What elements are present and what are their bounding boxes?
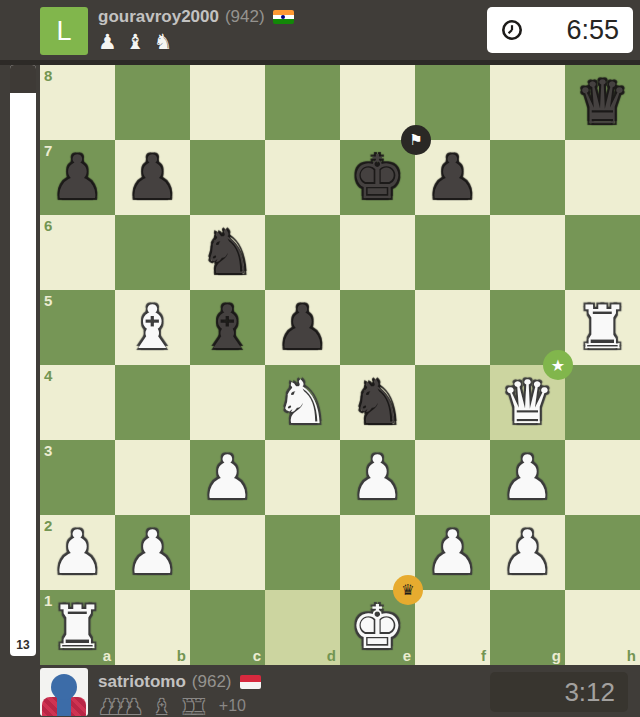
square-c8[interactable] — [190, 65, 265, 140]
captured-white-knight: ♞ — [154, 31, 173, 53]
rank-label-8: 8 — [44, 67, 52, 84]
white-knight-d4[interactable]: ♞ — [265, 365, 340, 440]
captured-white-bishop: ♝ — [126, 31, 145, 53]
square-h7[interactable] — [565, 140, 640, 215]
evaluation-bar: 13 — [10, 65, 36, 656]
file-label-h: h — [627, 647, 636, 664]
square-a8[interactable]: 8 — [40, 65, 115, 140]
square-b6[interactable] — [115, 215, 190, 290]
square-b8[interactable] — [115, 65, 190, 140]
square-h8[interactable]: ♛ — [565, 65, 640, 140]
black-knight-c6[interactable]: ♞ — [190, 215, 265, 290]
square-h3[interactable] — [565, 440, 640, 515]
captured-black-pawn: ♟ — [124, 696, 143, 717]
top-clock-time: 6:55 — [566, 15, 619, 46]
file-label-c: c — [253, 647, 261, 664]
square-a6[interactable]: 6 — [40, 215, 115, 290]
evaluation-value: 13 — [10, 638, 36, 652]
square-d8[interactable] — [265, 65, 340, 140]
white-pawn-c3[interactable]: ♟ — [190, 440, 265, 515]
square-e4[interactable]: ♞ — [340, 365, 415, 440]
file-label-g: g — [552, 647, 561, 664]
rank-label-5: 5 — [44, 292, 52, 309]
bottom-player-username[interactable]: satriotomo — [98, 672, 186, 692]
top-player-username[interactable]: gouravroy2000 — [98, 7, 219, 27]
square-b2[interactable]: ♟ — [115, 515, 190, 590]
black-king-e7[interactable]: ♚ — [340, 140, 415, 215]
square-a3[interactable]: 3 — [40, 440, 115, 515]
captured-group: ♟ — [98, 31, 117, 53]
white-pawn-g3[interactable]: ♟ — [490, 440, 565, 515]
square-b5[interactable]: ♝ — [115, 290, 190, 365]
square-c7[interactable] — [190, 140, 265, 215]
black-queen-h8[interactable]: ♛ — [565, 65, 640, 140]
captured-black-rook: ♜ — [189, 696, 208, 717]
square-d3[interactable] — [265, 440, 340, 515]
white-pawn-a2[interactable]: ♟ — [40, 515, 115, 590]
captured-group: ♞ — [154, 31, 173, 53]
india-flag-icon — [273, 10, 294, 24]
file-label-d: d — [327, 647, 336, 664]
square-f6[interactable] — [415, 215, 490, 290]
square-g2[interactable]: ♟ — [490, 515, 565, 590]
top-player-captured-pieces: ♟♝♞ — [98, 29, 294, 53]
square-e5[interactable] — [340, 290, 415, 365]
black-pawn-d5[interactable]: ♟ — [265, 290, 340, 365]
square-h6[interactable] — [565, 215, 640, 290]
result-letter: L — [56, 16, 71, 47]
square-d1[interactable]: d — [265, 590, 340, 665]
top-player-info: gouravroy2000 (942) ♟♝♞ — [98, 6, 294, 53]
square-e7[interactable]: ♚ — [340, 140, 415, 215]
square-b4[interactable] — [115, 365, 190, 440]
rank-label-4: 4 — [44, 367, 52, 384]
square-a7[interactable]: 7♟ — [40, 140, 115, 215]
chess-board: 8♛7♟♟♚♟6♞5♝♝♟♜4♞♞♛3♟♟♟2♟♟♟♟1a♜bcde♚fgh⚑♛… — [40, 65, 640, 665]
square-d7[interactable] — [265, 140, 340, 215]
white-pawn-g2[interactable]: ♟ — [490, 515, 565, 590]
square-h5[interactable]: ♜ — [565, 290, 640, 365]
bottom-clock-time: 3:12 — [564, 677, 615, 708]
square-f3[interactable] — [415, 440, 490, 515]
square-b3[interactable] — [115, 440, 190, 515]
captured-white-pawn: ♟ — [98, 31, 117, 53]
file-label-b: b — [177, 647, 186, 664]
black-pawn-f7[interactable]: ♟ — [415, 140, 490, 215]
black-knight-e4[interactable]: ♞ — [340, 365, 415, 440]
bottom-player-info: satriotomo (962) ♟♟♟♟♝♜♜ +10 — [98, 671, 261, 717]
bottom-player-captured-pieces: ♟♟♟♟♝♜♜ +10 — [98, 694, 261, 717]
square-g3[interactable]: ♟ — [490, 440, 565, 515]
square-h2[interactable] — [565, 515, 640, 590]
square-b7[interactable]: ♟ — [115, 140, 190, 215]
square-g1[interactable]: g — [490, 590, 565, 665]
bottom-player-clock: 3:12 — [490, 672, 628, 712]
avatar-torso — [57, 698, 71, 716]
black-bishop-c5[interactable]: ♝ — [190, 290, 265, 365]
square-g6[interactable] — [490, 215, 565, 290]
square-a5[interactable]: 5 — [40, 290, 115, 365]
square-b1[interactable]: b — [115, 590, 190, 665]
square-c6[interactable]: ♞ — [190, 215, 265, 290]
avatar-head — [51, 674, 77, 700]
square-h1[interactable]: h — [565, 590, 640, 665]
indonesia-flag-icon — [240, 675, 261, 689]
square-d5[interactable]: ♟ — [265, 290, 340, 365]
square-d2[interactable] — [265, 515, 340, 590]
top-player-clock: 6:55 — [487, 7, 633, 53]
chess-game-screen: L gouravroy2000 (942) ♟♝♞ 6:55 13 8♛7♟♟♚… — [0, 0, 640, 717]
white-bishop-b5[interactable]: ♝ — [115, 290, 190, 365]
square-a1[interactable]: 1a♜ — [40, 590, 115, 665]
rank-label-3: 3 — [44, 442, 52, 459]
flag-badge: ⚑ — [401, 125, 431, 155]
square-g7[interactable] — [490, 140, 565, 215]
bottom-player-bar: satriotomo (962) ♟♟♟♟♝♜♜ +10 3:12 — [0, 665, 640, 717]
square-h4[interactable] — [565, 365, 640, 440]
top-player-bar: L gouravroy2000 (942) ♟♝♞ 6:55 — [0, 0, 640, 60]
captured-group: ♝ — [126, 31, 145, 53]
captured-black-bishop: ♝ — [152, 696, 171, 717]
evaluation-black-share — [10, 65, 36, 93]
best-move-star-badge: ★ — [543, 350, 573, 380]
square-c2[interactable] — [190, 515, 265, 590]
square-f4[interactable] — [415, 365, 490, 440]
square-c3[interactable]: ♟ — [190, 440, 265, 515]
square-g8[interactable] — [490, 65, 565, 140]
square-f5[interactable] — [415, 290, 490, 365]
square-f1[interactable]: f — [415, 590, 490, 665]
white-pawn-e3[interactable]: ♟ — [340, 440, 415, 515]
white-rook-a1[interactable]: ♜ — [40, 590, 115, 665]
top-player-rating: (942) — [225, 7, 265, 27]
captured-group: ♜♜ — [180, 696, 208, 717]
bottom-player-avatar[interactable] — [40, 668, 88, 716]
square-d6[interactable] — [265, 215, 340, 290]
captured-group: ♟♟♟♟ — [98, 696, 143, 717]
winner-crown-badge: ♛ — [393, 575, 423, 605]
clock-icon — [500, 18, 524, 42]
square-f7[interactable]: ♟ — [415, 140, 490, 215]
rank-label-6: 6 — [44, 217, 52, 234]
top-player-avatar[interactable]: L — [40, 7, 88, 55]
white-pawn-f2[interactable]: ♟ — [415, 515, 490, 590]
black-pawn-b7[interactable]: ♟ — [115, 140, 190, 215]
square-d4[interactable]: ♞ — [265, 365, 340, 440]
material-advantage: +10 — [219, 697, 246, 715]
black-pawn-a7[interactable]: ♟ — [40, 140, 115, 215]
square-c1[interactable]: c — [190, 590, 265, 665]
captured-group: ♝ — [152, 696, 171, 717]
square-a4[interactable]: 4 — [40, 365, 115, 440]
square-f2[interactable]: ♟ — [415, 515, 490, 590]
white-pawn-b2[interactable]: ♟ — [115, 515, 190, 590]
bottom-player-rating: (962) — [192, 672, 232, 692]
square-e6[interactable] — [340, 215, 415, 290]
white-rook-h5[interactable]: ♜ — [565, 290, 640, 365]
square-e8[interactable] — [340, 65, 415, 140]
square-e3[interactable]: ♟ — [340, 440, 415, 515]
square-c5[interactable]: ♝ — [190, 290, 265, 365]
square-c4[interactable] — [190, 365, 265, 440]
square-a2[interactable]: 2♟ — [40, 515, 115, 590]
file-label-f: f — [481, 647, 486, 664]
